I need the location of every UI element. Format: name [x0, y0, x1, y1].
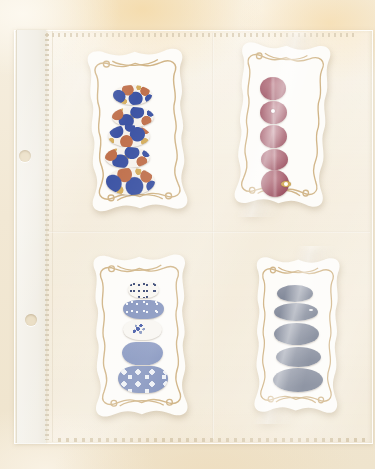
nail-tip: [123, 320, 162, 340]
nail-tip: [105, 147, 150, 168]
card-glare: [239, 246, 355, 424]
binder-hole: [19, 150, 31, 162]
nail-tip: [123, 300, 164, 319]
nail-tip: [108, 125, 150, 147]
nail-sample-card-top-right: [227, 38, 338, 211]
pocket-divider-vertical: [212, 33, 214, 439]
nail-sample-card-bottom-left: [83, 249, 198, 422]
photo-stage: [0, 0, 375, 469]
sleeve-bottom-seam: [58, 438, 370, 442]
binder-hole: [25, 314, 37, 326]
nail-tip: [122, 342, 163, 365]
nail-tip: [128, 282, 159, 298]
nail-tip: [118, 366, 168, 393]
sleeve-inner-seam: [52, 31, 53, 442]
nail-tip: [113, 85, 152, 105]
card-glare: [221, 32, 344, 217]
nail-sample-card-bottom-right: [245, 252, 349, 418]
nail-sample-card-top-left: [78, 44, 197, 216]
serrated-edge: [45, 34, 49, 440]
pocket-divider-horizontal: [48, 231, 370, 233]
nail-tip: [112, 107, 154, 127]
nail-tip: [106, 168, 155, 195]
sleeve-spine-strip: [16, 30, 46, 443]
